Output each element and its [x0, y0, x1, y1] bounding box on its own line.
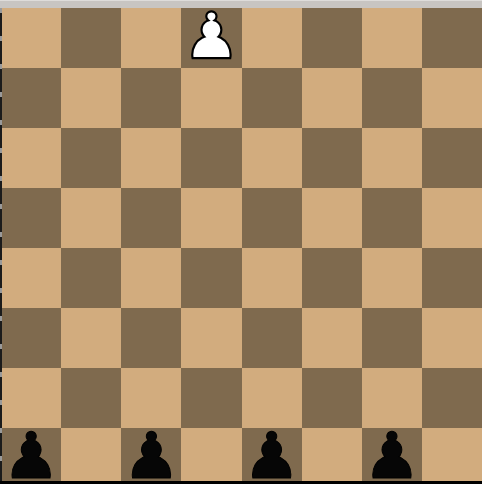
square-d5[interactable] [181, 188, 241, 248]
square-e5[interactable] [242, 188, 302, 248]
square-a8[interactable] [1, 8, 61, 68]
square-d1[interactable] [181, 428, 241, 484]
left-edge-coordinate-strip [0, 8, 2, 484]
square-h7[interactable] [422, 68, 482, 128]
square-b7[interactable] [61, 68, 121, 128]
square-d3[interactable] [181, 308, 241, 368]
square-h2[interactable] [422, 368, 482, 428]
square-g4[interactable] [362, 248, 422, 308]
square-f7[interactable] [302, 68, 362, 128]
square-c1[interactable]: ♟ [121, 428, 181, 484]
square-e8[interactable] [242, 8, 302, 68]
square-a7[interactable] [1, 68, 61, 128]
square-d6[interactable] [181, 128, 241, 188]
square-g3[interactable] [362, 308, 422, 368]
black-pawn-c1[interactable]: ♟ [121, 426, 181, 484]
square-e1[interactable]: ♟ [242, 428, 302, 484]
white-pawn-d8[interactable]: ♟ [181, 6, 241, 66]
square-a6[interactable] [1, 128, 61, 188]
square-b3[interactable] [61, 308, 121, 368]
square-f1[interactable] [302, 428, 362, 484]
app-window: ♟♟♟♟♟ [0, 0, 482, 484]
square-d7[interactable] [181, 68, 241, 128]
square-b4[interactable] [61, 248, 121, 308]
chess-board[interactable]: ♟♟♟♟♟ [1, 8, 482, 484]
square-c5[interactable] [121, 188, 181, 248]
square-b2[interactable] [61, 368, 121, 428]
square-f2[interactable] [302, 368, 362, 428]
square-b5[interactable] [61, 188, 121, 248]
square-e6[interactable] [242, 128, 302, 188]
square-g1[interactable]: ♟ [362, 428, 422, 484]
square-e3[interactable] [242, 308, 302, 368]
square-a1[interactable]: ♟ [1, 428, 61, 484]
black-pawn-a1[interactable]: ♟ [1, 426, 61, 484]
square-g6[interactable] [362, 128, 422, 188]
square-g5[interactable] [362, 188, 422, 248]
square-h3[interactable] [422, 308, 482, 368]
square-c8[interactable] [121, 8, 181, 68]
square-f6[interactable] [302, 128, 362, 188]
square-g8[interactable] [362, 8, 422, 68]
square-d8[interactable]: ♟ [181, 8, 241, 68]
square-h4[interactable] [422, 248, 482, 308]
square-b8[interactable] [61, 8, 121, 68]
square-b6[interactable] [61, 128, 121, 188]
square-h5[interactable] [422, 188, 482, 248]
square-c3[interactable] [121, 308, 181, 368]
square-c6[interactable] [121, 128, 181, 188]
square-c4[interactable] [121, 248, 181, 308]
square-f5[interactable] [302, 188, 362, 248]
square-a3[interactable] [1, 308, 61, 368]
square-g7[interactable] [362, 68, 422, 128]
square-d2[interactable] [181, 368, 241, 428]
square-f8[interactable] [302, 8, 362, 68]
square-e7[interactable] [242, 68, 302, 128]
square-a5[interactable] [1, 188, 61, 248]
black-pawn-e1[interactable]: ♟ [242, 426, 302, 484]
square-e4[interactable] [242, 248, 302, 308]
square-a4[interactable] [1, 248, 61, 308]
square-h6[interactable] [422, 128, 482, 188]
square-b1[interactable] [61, 428, 121, 484]
square-c7[interactable] [121, 68, 181, 128]
square-h1[interactable] [422, 428, 482, 484]
square-d4[interactable] [181, 248, 241, 308]
square-h8[interactable] [422, 8, 482, 68]
black-pawn-g1[interactable]: ♟ [362, 426, 422, 484]
square-f3[interactable] [302, 308, 362, 368]
square-f4[interactable] [302, 248, 362, 308]
